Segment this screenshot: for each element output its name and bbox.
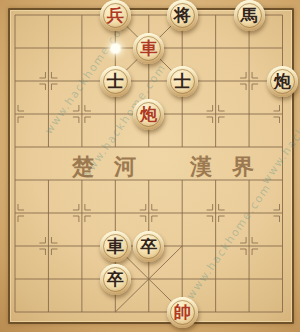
xiangqi-board-screenshot: www.hackhome.com www.hackhome.com www.ha… — [0, 0, 300, 332]
piece-label: 帥 — [174, 304, 191, 321]
piece-label: 兵 — [107, 7, 124, 24]
piece-label: 士 — [107, 73, 124, 90]
piece-label: 炮 — [140, 106, 157, 123]
piece-label: 車 — [107, 238, 124, 255]
piece-label: 車 — [140, 40, 157, 57]
xiangqi-piece-red[interactable]: 炮 — [133, 99, 164, 130]
xiangqi-piece-black[interactable]: 将 — [167, 0, 198, 31]
xiangqi-piece-red[interactable]: 車 — [133, 33, 164, 64]
xiangqi-piece-black[interactable]: 士 — [100, 66, 131, 97]
piece-label: 炮 — [274, 73, 291, 90]
piece-label: 馬 — [241, 7, 258, 24]
piece-label: 卒 — [140, 238, 157, 255]
piece-label: 士 — [174, 73, 191, 90]
xiangqi-piece-black[interactable]: 士 — [167, 66, 198, 97]
xiangqi-piece-black[interactable]: 車 — [100, 231, 131, 262]
xiangqi-piece-black[interactable]: 卒 — [133, 231, 164, 262]
xiangqi-piece-black[interactable]: 馬 — [234, 0, 265, 31]
last-move-highlight-dot — [111, 44, 120, 53]
xiangqi-piece-red[interactable]: 兵 — [100, 0, 131, 31]
pieces-grid: 兵将馬車士士炮炮車卒卒帥 — [0, 0, 299, 329]
piece-label: 卒 — [107, 271, 124, 288]
xiangqi-piece-red[interactable]: 帥 — [167, 297, 198, 328]
xiangqi-piece-black[interactable]: 卒 — [100, 264, 131, 295]
xiangqi-piece-black[interactable]: 炮 — [267, 66, 298, 97]
piece-label: 将 — [174, 7, 191, 24]
